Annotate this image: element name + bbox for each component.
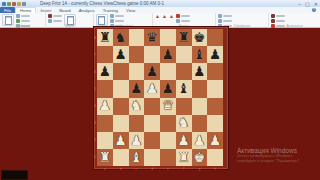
square-f6[interactable]: [176, 63, 192, 80]
quick-access-icon[interactable]: [17, 2, 21, 6]
square-f7[interactable]: [176, 46, 192, 63]
minimize-button[interactable]: –: [298, 1, 301, 7]
square-c1[interactable]: ♝: [129, 149, 145, 166]
ribbon-group-assistance: Assistance: [269, 13, 320, 28]
close-button[interactable]: ✕: [314, 1, 318, 7]
square-g2[interactable]: ♟: [192, 132, 208, 149]
square-h2[interactable]: ♟: [207, 132, 223, 149]
square-c7[interactable]: [129, 46, 145, 63]
square-d7[interactable]: [144, 46, 160, 63]
file-label-e: e: [160, 167, 176, 171]
square-e7[interactable]: ♟: [160, 46, 176, 63]
square-b3[interactable]: [113, 115, 129, 132]
file-label-a: a: [97, 167, 113, 171]
square-g7[interactable]: ♝: [192, 46, 208, 63]
square-f4[interactable]: [176, 98, 192, 115]
status-box: [1, 170, 28, 180]
square-b6[interactable]: [113, 63, 129, 80]
square-c8[interactable]: [129, 29, 145, 46]
square-e5[interactable]: ♟: [160, 80, 176, 97]
add-engine-icon[interactable]: ▲: [162, 14, 167, 18]
square-h5[interactable]: [207, 80, 223, 97]
square-a2[interactable]: [97, 132, 113, 149]
white-pawn: ♟: [193, 134, 205, 148]
black-bishop: ♝: [178, 82, 190, 96]
text-icon[interactable]: [110, 14, 114, 18]
white-rook: ♜: [178, 151, 190, 165]
square-b2[interactable]: ♟: [113, 132, 129, 149]
group-label: Clipboard: [0, 24, 45, 28]
black-pawn: ♟: [99, 65, 111, 79]
square-a1[interactable]: ♜: [97, 149, 113, 166]
quick-access-toolbar: [2, 2, 26, 6]
save-game-icon[interactable]: [218, 19, 222, 23]
stop-engine-icon[interactable]: [176, 14, 180, 18]
square-e2[interactable]: [160, 132, 176, 149]
black-rook: ♜: [99, 31, 111, 45]
maximize-button[interactable]: ▢: [305, 1, 310, 7]
group-label: Game: [46, 24, 93, 28]
black-pawn: ♟: [209, 48, 221, 62]
square-a6[interactable]: ♟: [97, 63, 113, 80]
quick-access-icon[interactable]: [12, 2, 16, 6]
quick-access-icon[interactable]: [2, 2, 6, 6]
black-pawn: ♟: [130, 82, 142, 96]
square-c3[interactable]: [129, 115, 145, 132]
chess-board: ♜♞♛♜♚♟♟♝♟♟♟♟♟♟♟♝♟♞♛♞♟♟♟♟♟♜♝♜♚: [97, 29, 223, 166]
white-pawn: ♟: [115, 134, 127, 148]
square-d6[interactable]: ♟: [144, 63, 160, 80]
window-title: Deep Fritz 14 - currently Chess ViewChes…: [40, 1, 164, 6]
white-king: ♚: [193, 151, 205, 165]
analysis-icon[interactable]: ▲: [169, 14, 174, 18]
square-e4[interactable]: ♛: [160, 98, 176, 115]
black-pawn: ♟: [162, 82, 174, 96]
square-h8[interactable]: [207, 29, 223, 46]
black-bishop: ♝: [193, 48, 205, 62]
square-a4[interactable]: ♟: [97, 98, 113, 115]
forward-icon[interactable]: [48, 19, 52, 23]
rank-label-7: 7: [94, 46, 96, 63]
square-h3[interactable]: [207, 115, 223, 132]
square-b7[interactable]: ♟: [113, 46, 129, 63]
square-a7[interactable]: [97, 46, 113, 63]
takeback-icon[interactable]: [48, 14, 52, 18]
paste-icon[interactable]: [16, 19, 20, 23]
rank-label-5: 5: [94, 80, 96, 97]
rank-label-1: 1: [94, 149, 96, 166]
file-label-h: h: [207, 167, 223, 171]
square-b4[interactable]: [113, 98, 129, 115]
window-controls: – ▢ ✕: [298, 0, 318, 7]
file-label-f: f: [176, 167, 192, 171]
square-g1[interactable]: ♚: [192, 149, 208, 166]
square-c4[interactable]: ♞: [129, 98, 145, 115]
square-d3[interactable]: [144, 115, 160, 132]
square-f3[interactable]: ♞: [176, 115, 192, 132]
infinite-analysis-icon[interactable]: [176, 19, 180, 23]
square-h6[interactable]: [207, 63, 223, 80]
white-rook: ♜: [99, 151, 111, 165]
file-label-d: d: [144, 167, 160, 171]
black-king: ♚: [193, 31, 205, 45]
hint-icon[interactable]: [271, 14, 275, 18]
square-d4[interactable]: [144, 98, 160, 115]
rank-label-6: 6: [94, 63, 96, 80]
white-bishop: ♝: [130, 151, 142, 165]
copy-icon[interactable]: [16, 14, 20, 18]
square-a5[interactable]: [97, 80, 113, 97]
square-d8[interactable]: ♛: [144, 29, 160, 46]
square-d1[interactable]: [144, 149, 160, 166]
square-h4[interactable]: [207, 98, 223, 115]
black-pawn: ♟: [162, 48, 174, 62]
black-queen: ♛: [146, 31, 158, 45]
square-g6[interactable]: ♟: [192, 63, 208, 80]
square-d2[interactable]: [144, 132, 160, 149]
square-c5[interactable]: ♟: [129, 80, 145, 97]
rank-label-4: 4: [94, 98, 96, 115]
ribbon-group-game: Game: [46, 13, 94, 28]
square-h7[interactable]: ♟: [207, 46, 223, 63]
white-knight: ♞: [130, 99, 142, 113]
black-pawn: ♟: [146, 65, 158, 79]
white-pawn: ♟: [146, 82, 158, 96]
open-database-icon[interactable]: [218, 14, 222, 18]
square-g8[interactable]: ♚: [192, 29, 208, 46]
square-g4[interactable]: [192, 98, 208, 115]
square-a8[interactable]: ♜: [97, 29, 113, 46]
white-queen: ♛: [162, 99, 174, 113]
black-rook: ♜: [178, 31, 190, 45]
white-pawn: ♟: [99, 99, 111, 113]
help-icon[interactable]: ?: [312, 8, 316, 12]
file-label-g: g: [192, 167, 208, 171]
square-g5[interactable]: [192, 80, 208, 97]
white-pawn: ♟: [130, 134, 142, 148]
threat-icon[interactable]: [271, 19, 275, 23]
white-pawn: ♟: [209, 134, 221, 148]
square-f8[interactable]: ♜: [176, 29, 192, 46]
square-b8[interactable]: ♞: [113, 29, 129, 46]
square-g3[interactable]: [192, 115, 208, 132]
black-pawn: ♟: [115, 48, 127, 62]
white-pawn: ♟: [178, 134, 190, 148]
square-e8[interactable]: [160, 29, 176, 46]
black-pawn: ♟: [193, 65, 205, 79]
ribbon-group-clipboard: Clipboard: [0, 13, 46, 28]
square-b1[interactable]: [113, 149, 129, 166]
square-h1[interactable]: [207, 149, 223, 166]
rank-label-8: 8: [94, 29, 96, 46]
square-f1[interactable]: ♜: [176, 149, 192, 166]
watermark-subtitle: Чтобы активировать Windows, перейдите в …: [237, 154, 311, 164]
group-label: Assistance: [269, 24, 320, 28]
square-e1[interactable]: [160, 149, 176, 166]
square-c2[interactable]: ♟: [129, 132, 145, 149]
rank-label-2: 2: [94, 132, 96, 149]
square-a3[interactable]: [97, 115, 113, 132]
activate-windows-watermark: Активация Windows Чтобы активировать Win…: [237, 147, 311, 164]
square-e6[interactable]: [160, 63, 176, 80]
file-label-c: c: [129, 167, 145, 171]
quick-access-icon[interactable]: [22, 2, 26, 6]
white-knight: ♞: [178, 116, 190, 130]
black-knight: ♞: [115, 31, 127, 45]
quick-access-icon[interactable]: [7, 2, 11, 6]
square-c6[interactable]: [129, 63, 145, 80]
square-f5[interactable]: ♝: [176, 80, 192, 97]
engine-icon[interactable]: ▲: [155, 14, 160, 18]
square-b5[interactable]: [113, 80, 129, 97]
square-d5[interactable]: ♟: [144, 80, 160, 97]
rank-label-3: 3: [94, 115, 96, 132]
square-e3[interactable]: [160, 115, 176, 132]
file-label-b: b: [113, 167, 129, 171]
square-f2[interactable]: ♟: [176, 132, 192, 149]
comment-icon[interactable]: [110, 19, 114, 23]
